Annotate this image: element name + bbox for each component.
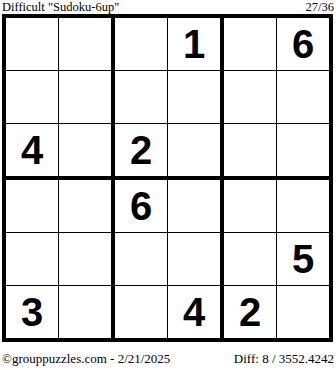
cell-r6c4-given[interactable]: 4 — [168, 286, 224, 338]
cell-r2c1[interactable] — [6, 71, 59, 124]
cell-r3c4[interactable] — [168, 124, 224, 180]
cell-r4c2[interactable] — [59, 180, 115, 233]
cell-r5c1[interactable] — [6, 233, 59, 286]
cell-r4c5[interactable] — [224, 180, 277, 233]
cell-r1c6-given[interactable]: 6 — [277, 18, 329, 71]
cell-r4c6[interactable] — [277, 180, 329, 233]
cell-r5c4[interactable] — [168, 233, 224, 286]
cell-r6c2[interactable] — [59, 286, 115, 338]
puzzle-title: Difficult "Sudoku-6up" — [2, 0, 119, 14]
cell-r5c3[interactable] — [115, 233, 168, 286]
cell-r6c6[interactable] — [277, 286, 329, 338]
puzzle-footer: ©grouppuzzles.com - 2/21/2025 Diff: 8 / … — [0, 351, 336, 366]
cell-r1c1[interactable] — [6, 18, 59, 71]
cell-r6c5-given[interactable]: 2 — [224, 286, 277, 338]
puzzle-header: Difficult "Sudoku-6up" 27/36 — [0, 0, 336, 14]
cell-r6c3[interactable] — [115, 286, 168, 338]
cell-r4c3-given[interactable]: 6 — [115, 180, 168, 233]
cell-r3c2[interactable] — [59, 124, 115, 180]
cell-r2c2[interactable] — [59, 71, 115, 124]
cell-r5c2[interactable] — [59, 233, 115, 286]
sudoku-grid: 164265342 — [2, 14, 333, 342]
cell-r1c2[interactable] — [59, 18, 115, 71]
cell-r1c3[interactable] — [115, 18, 168, 71]
cell-r5c5[interactable] — [224, 233, 277, 286]
cell-r3c6[interactable] — [277, 124, 329, 180]
cell-r3c5[interactable] — [224, 124, 277, 180]
cell-r3c1-given[interactable]: 4 — [6, 124, 59, 180]
cell-r2c4[interactable] — [168, 71, 224, 124]
puzzle-counter: 27/36 — [306, 0, 334, 14]
cell-r1c5[interactable] — [224, 18, 277, 71]
cell-r3c3-given[interactable]: 2 — [115, 124, 168, 180]
cell-r5c6-given[interactable]: 5 — [277, 233, 329, 286]
cell-r4c4[interactable] — [168, 180, 224, 233]
copyright-text: ©grouppuzzles.com - 2/21/2025 — [2, 351, 170, 366]
cell-r2c6[interactable] — [277, 71, 329, 124]
cell-r2c3[interactable] — [115, 71, 168, 124]
cell-r4c1[interactable] — [6, 180, 59, 233]
difficulty-text: Diff: 8 / 3552.4242 — [234, 351, 334, 366]
cell-r2c5[interactable] — [224, 71, 277, 124]
cell-r1c4-given[interactable]: 1 — [168, 18, 224, 71]
cell-r6c1-given[interactable]: 3 — [6, 286, 59, 338]
